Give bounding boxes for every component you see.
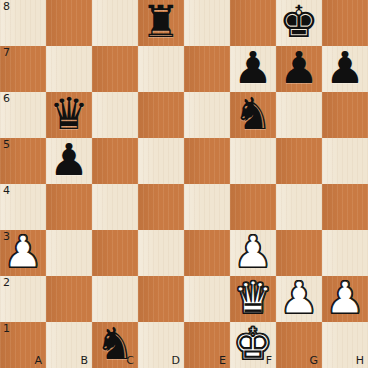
piece-black-king[interactable]: ♚ (279, 0, 318, 45)
square-e1[interactable]: E (184, 322, 230, 368)
rank-label-8: 8 (3, 1, 10, 13)
chess-board: 8♜♚7♟♟♟6♛♞5♟43♟♟2♛♟♟1ABC♞DEF♚GH (0, 0, 368, 368)
square-a1[interactable]: 1A (0, 322, 46, 368)
square-e3[interactable] (184, 230, 230, 276)
square-c2[interactable] (92, 276, 138, 322)
square-e2[interactable] (184, 276, 230, 322)
square-c8[interactable] (92, 0, 138, 46)
square-f6[interactable]: ♞ (230, 92, 276, 138)
piece-white-pawn[interactable]: ♟ (325, 275, 364, 321)
square-f8[interactable] (230, 0, 276, 46)
square-g4[interactable] (276, 184, 322, 230)
square-h1[interactable]: H (322, 322, 368, 368)
square-b4[interactable] (46, 184, 92, 230)
square-f4[interactable] (230, 184, 276, 230)
file-label-a: A (34, 355, 42, 367)
square-a5[interactable]: 5 (0, 138, 46, 184)
square-b1[interactable]: B (46, 322, 92, 368)
square-c5[interactable] (92, 138, 138, 184)
rank-label-2: 2 (3, 277, 10, 289)
square-b3[interactable] (46, 230, 92, 276)
square-g8[interactable]: ♚ (276, 0, 322, 46)
file-label-e: E (219, 355, 226, 367)
square-g1[interactable]: G (276, 322, 322, 368)
square-f2[interactable]: ♛ (230, 276, 276, 322)
piece-black-pawn[interactable]: ♟ (233, 45, 272, 91)
square-a7[interactable]: 7 (0, 46, 46, 92)
square-g3[interactable] (276, 230, 322, 276)
square-a2[interactable]: 2 (0, 276, 46, 322)
square-g6[interactable] (276, 92, 322, 138)
square-a4[interactable]: 4 (0, 184, 46, 230)
piece-black-pawn[interactable]: ♟ (325, 45, 364, 91)
square-e6[interactable] (184, 92, 230, 138)
file-label-d: D (172, 355, 180, 367)
square-h6[interactable] (322, 92, 368, 138)
square-g7[interactable]: ♟ (276, 46, 322, 92)
square-f7[interactable]: ♟ (230, 46, 276, 92)
square-d4[interactable] (138, 184, 184, 230)
square-d7[interactable] (138, 46, 184, 92)
square-d3[interactable] (138, 230, 184, 276)
file-label-b: B (80, 355, 88, 367)
square-f3[interactable]: ♟ (230, 230, 276, 276)
square-f5[interactable] (230, 138, 276, 184)
square-g5[interactable] (276, 138, 322, 184)
square-b8[interactable] (46, 0, 92, 46)
piece-black-pawn[interactable]: ♟ (49, 137, 88, 183)
square-h2[interactable]: ♟ (322, 276, 368, 322)
square-e5[interactable] (184, 138, 230, 184)
piece-white-king[interactable]: ♚ (233, 321, 272, 367)
square-h4[interactable] (322, 184, 368, 230)
piece-white-pawn[interactable]: ♟ (279, 275, 318, 321)
square-a3[interactable]: 3♟ (0, 230, 46, 276)
piece-black-knight[interactable]: ♞ (233, 91, 272, 137)
square-e8[interactable] (184, 0, 230, 46)
piece-white-pawn[interactable]: ♟ (233, 229, 272, 275)
piece-black-queen[interactable]: ♛ (49, 91, 88, 137)
square-h8[interactable] (322, 0, 368, 46)
square-c4[interactable] (92, 184, 138, 230)
square-d5[interactable] (138, 138, 184, 184)
piece-black-knight[interactable]: ♞ (95, 321, 134, 367)
square-b2[interactable] (46, 276, 92, 322)
square-d1[interactable]: D (138, 322, 184, 368)
square-c1[interactable]: C♞ (92, 322, 138, 368)
square-d8[interactable]: ♜ (138, 0, 184, 46)
rank-label-4: 4 (3, 185, 10, 197)
rank-label-1: 1 (3, 323, 10, 335)
file-label-g: G (309, 355, 318, 367)
square-h5[interactable] (322, 138, 368, 184)
square-e4[interactable] (184, 184, 230, 230)
rank-label-5: 5 (3, 139, 10, 151)
square-c7[interactable] (92, 46, 138, 92)
piece-white-queen[interactable]: ♛ (233, 275, 272, 321)
square-e7[interactable] (184, 46, 230, 92)
square-c6[interactable] (92, 92, 138, 138)
square-h3[interactable] (322, 230, 368, 276)
square-g2[interactable]: ♟ (276, 276, 322, 322)
file-label-h: H (356, 355, 364, 367)
square-a6[interactable]: 6 (0, 92, 46, 138)
square-b6[interactable]: ♛ (46, 92, 92, 138)
square-h7[interactable]: ♟ (322, 46, 368, 92)
piece-white-pawn[interactable]: ♟ (3, 229, 42, 275)
piece-black-rook[interactable]: ♜ (141, 0, 180, 45)
piece-black-pawn[interactable]: ♟ (279, 45, 318, 91)
square-f1[interactable]: F♚ (230, 322, 276, 368)
square-d6[interactable] (138, 92, 184, 138)
rank-label-7: 7 (3, 47, 10, 59)
rank-label-6: 6 (3, 93, 10, 105)
square-a8[interactable]: 8 (0, 0, 46, 46)
square-b5[interactable]: ♟ (46, 138, 92, 184)
square-d2[interactable] (138, 276, 184, 322)
square-c3[interactable] (92, 230, 138, 276)
square-b7[interactable] (46, 46, 92, 92)
